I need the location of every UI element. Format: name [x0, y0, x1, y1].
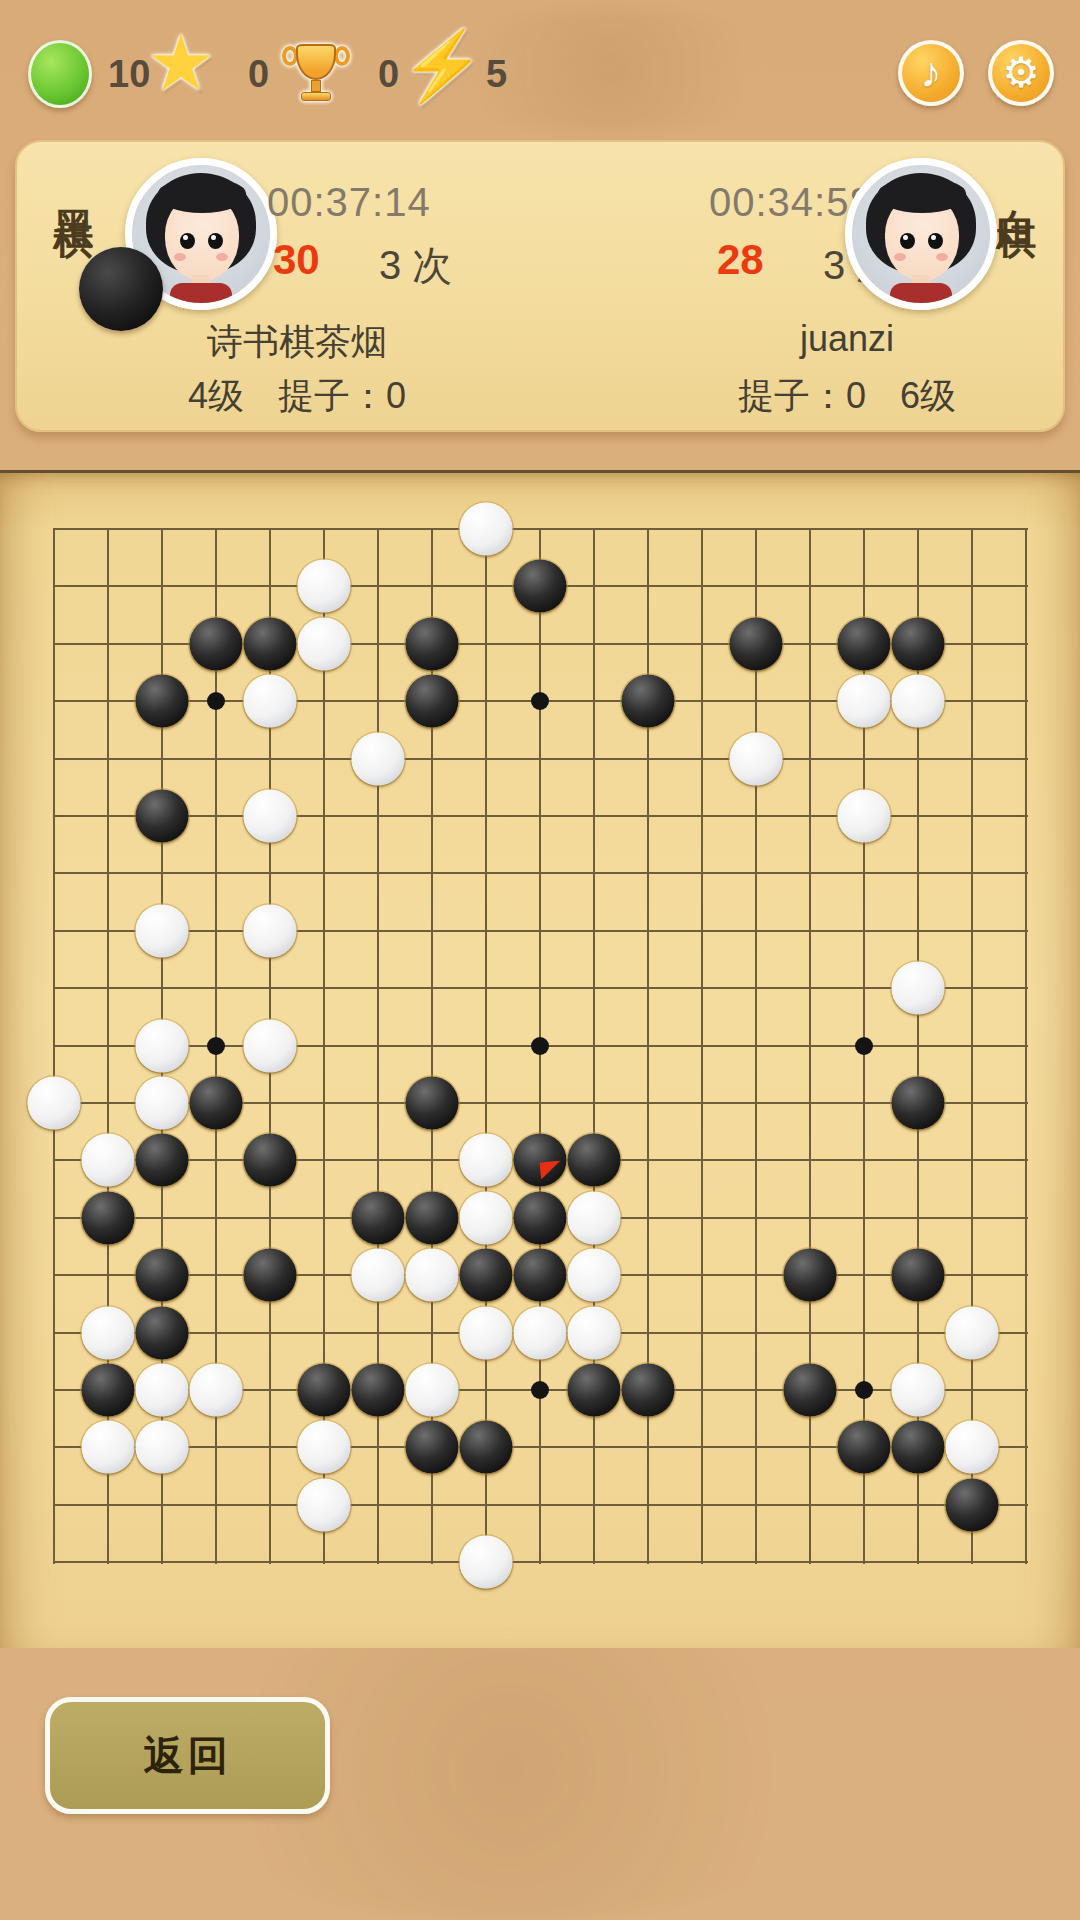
last-move-marker: [540, 1161, 561, 1180]
white-stone: [838, 790, 891, 843]
avatar-blush: [174, 253, 186, 261]
black-stone: [514, 560, 567, 613]
avatar-eye: [180, 233, 195, 249]
black-stone: [190, 1077, 243, 1130]
black-rank: 4级: [188, 372, 244, 421]
black-stone: [514, 1134, 567, 1187]
green-stone-icon: [28, 40, 92, 108]
star-point: [531, 1381, 549, 1399]
white-stone: [352, 1249, 405, 1302]
white-stone: [568, 1249, 621, 1302]
white-stone: [892, 962, 945, 1015]
black-stone: [244, 1134, 297, 1187]
white-stone: [838, 675, 891, 728]
black-stone: [406, 1421, 459, 1474]
black-stone: [244, 618, 297, 671]
avatar-eye: [928, 233, 943, 249]
white-stone: [892, 1364, 945, 1417]
white-stone: [460, 503, 513, 556]
black-stone: [298, 1364, 351, 1417]
white-stone: [460, 1192, 513, 1245]
white-stone: [136, 905, 189, 958]
avatar-bangs: [878, 179, 966, 213]
grid-line: [53, 1561, 1028, 1563]
white-stone: [28, 1077, 81, 1130]
music-button[interactable]: ♪: [898, 40, 964, 106]
white-stone: [298, 1421, 351, 1474]
star-point: [855, 1037, 873, 1055]
avatar-bangs: [158, 179, 246, 213]
black-stone: [730, 618, 783, 671]
white-player-name: juanzi: [657, 318, 1037, 360]
black-stone: [136, 1307, 189, 1360]
white-captures: 提子：0: [738, 372, 866, 421]
go-board-grid[interactable]: [54, 529, 1026, 1562]
black-countdown: 30: [273, 236, 320, 284]
black-stone: [622, 1364, 675, 1417]
black-stone: [838, 1421, 891, 1474]
black-player-name: 诗书棋茶烟: [127, 318, 467, 367]
grid-line: [971, 528, 973, 1564]
black-stone: [892, 1249, 945, 1302]
black-stone: [406, 1077, 459, 1130]
black-stone: [946, 1479, 999, 1532]
avatar-blush: [894, 253, 906, 261]
white-stone: [460, 1307, 513, 1360]
black-periods: 3 次: [379, 238, 452, 293]
avatar-eye: [208, 233, 223, 249]
status-bar: 10 ★ 0 0 ⚡ 5 ♪ ⚙: [0, 0, 1080, 140]
star-icon: ★: [146, 18, 216, 109]
avatar-eye: [900, 233, 915, 249]
avatar-collar: [890, 283, 952, 309]
white-stone: [298, 1479, 351, 1532]
black-stone: [514, 1249, 567, 1302]
white-stone: [190, 1364, 243, 1417]
white-side-label: 白棋: [990, 178, 1045, 194]
white-stone: [946, 1307, 999, 1360]
settings-button[interactable]: ⚙: [988, 40, 1054, 106]
white-stone: [136, 1421, 189, 1474]
white-stone: [136, 1077, 189, 1130]
star-point: [207, 1037, 225, 1055]
music-note-icon: ♪: [921, 49, 942, 96]
star-point: [207, 692, 225, 710]
grid-line: [701, 528, 703, 1564]
black-stone: [244, 1249, 297, 1302]
black-stone: [136, 1249, 189, 1302]
black-stone: [406, 1192, 459, 1245]
black-stone: [568, 1134, 621, 1187]
white-countdown: 28: [717, 236, 764, 284]
lightning-count: 5: [486, 53, 507, 96]
white-stone: [244, 675, 297, 728]
white-stone: [568, 1307, 621, 1360]
black-timer: 00:37:14: [267, 180, 431, 225]
white-player-avatar: [845, 158, 997, 310]
avatar-blush: [216, 253, 228, 261]
avatar-collar: [170, 283, 232, 309]
white-stone: [892, 675, 945, 728]
white-stone: [244, 905, 297, 958]
black-stone: [82, 1364, 135, 1417]
black-stone: [190, 618, 243, 671]
black-stone: [622, 675, 675, 728]
go-board[interactable]: [0, 473, 1080, 1648]
white-stone: [298, 560, 351, 613]
grid-line: [755, 528, 757, 1564]
black-stone: [784, 1249, 837, 1302]
white-stone: [244, 790, 297, 843]
black-stone: [352, 1192, 405, 1245]
white-stone: [136, 1364, 189, 1417]
trophy-count: 0: [378, 53, 399, 96]
white-rank-row: 提子：0 6级: [657, 372, 1037, 421]
black-stone: [892, 618, 945, 671]
black-stone: [514, 1192, 567, 1245]
black-stone: [136, 675, 189, 728]
white-stone: [406, 1249, 459, 1302]
avatar-blush: [936, 253, 948, 261]
black-stone: [406, 618, 459, 671]
black-stone: [460, 1421, 513, 1474]
white-stone: [82, 1307, 135, 1360]
white-stone: [298, 618, 351, 671]
white-stone: [730, 733, 783, 786]
black-stone: [838, 618, 891, 671]
black-captures: 提子：0: [278, 372, 406, 421]
star-count: 0: [248, 53, 269, 96]
white-rank: 6级: [900, 372, 956, 421]
white-stone: [406, 1364, 459, 1417]
black-rank-row: 4级 提子：0: [127, 372, 467, 421]
white-stone: [136, 1020, 189, 1073]
back-button[interactable]: 返回: [45, 1697, 330, 1814]
white-stone: [82, 1421, 135, 1474]
black-stone: [352, 1364, 405, 1417]
black-stone: [406, 675, 459, 728]
white-stone: [460, 1134, 513, 1187]
stone-count: 10: [108, 53, 150, 96]
white-stone: [946, 1421, 999, 1474]
trophy-icon: [284, 40, 348, 108]
star-point: [531, 692, 549, 710]
black-stone: [136, 790, 189, 843]
grid-line: [1025, 528, 1027, 1564]
white-stone: [514, 1307, 567, 1360]
white-stone: [460, 1536, 513, 1589]
black-stone: [460, 1249, 513, 1302]
white-stone: [352, 733, 405, 786]
white-stone: [82, 1134, 135, 1187]
black-stone: [568, 1364, 621, 1417]
star-point: [855, 1381, 873, 1399]
white-stone: [568, 1192, 621, 1245]
star-point: [531, 1037, 549, 1055]
lightning-icon: ⚡: [400, 26, 485, 106]
black-stone: [136, 1134, 189, 1187]
grid-line: [53, 1504, 1028, 1506]
black-stone: [784, 1364, 837, 1417]
black-stone: [892, 1421, 945, 1474]
black-stone: [82, 1192, 135, 1245]
gear-icon: ⚙: [1002, 49, 1040, 96]
white-stone: [244, 1020, 297, 1073]
black-stone: [892, 1077, 945, 1130]
black-side-label: 黑棋: [47, 178, 102, 194]
player-panel: 黑棋 00:37:14 30 3 次 诗书棋茶烟 4级 提子：0 00:34:5…: [15, 140, 1065, 432]
